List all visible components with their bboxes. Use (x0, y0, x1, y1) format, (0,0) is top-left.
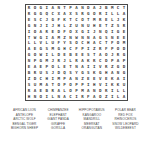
word-list-column-4: POLAR BEARRED FOXRHINOCEROSSNOW LEOPARDW… (111, 108, 140, 131)
word-list-column-2: CHIMPANZEEELEPHANTGIANT PANDAGIRAFFEGORI… (44, 108, 73, 131)
letter-grid: ROGIANTPANDAJBMCTRGGQCXAXSRGORILLAESCJGF… (26, 5, 127, 100)
word-list-item: ORANGUTAN (77, 126, 106, 131)
footer: www.WordSearchAddict.com (0, 142, 150, 150)
grid-cell-r16c17: A (121, 94, 127, 100)
wordsearch-board: ROGIANTPANDAJBMCTRGGQCXAXSRGORILLAESCJGF… (25, 4, 128, 101)
word-list-column-1: AFRICAN LIONANTELOPEARCTIC WOLFBENGAL TI… (10, 108, 39, 131)
word-list-column-3: HIPPOPOTAMUSKANGAROOMANDRILLMEERKATORANG… (77, 108, 106, 131)
word-list-item: BIGHORN SHEEP (10, 126, 39, 131)
word-list: AFRICAN LIONANTELOPEARCTIC WOLFBENGAL TI… (10, 108, 140, 131)
word-list-item: GORILLA (44, 126, 73, 131)
word-list-item: WILDEBEEST (111, 126, 140, 131)
